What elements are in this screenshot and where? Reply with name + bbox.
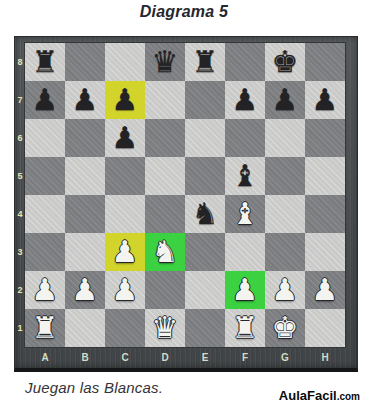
square-d3: ♞: [145, 233, 185, 271]
square-d2: [145, 271, 185, 309]
piece-white-bishop-f4: ♝: [225, 195, 265, 233]
square-e3: [185, 233, 225, 271]
square-a6: [25, 119, 65, 157]
file-label-d: D: [145, 347, 185, 368]
piece-white-pawn-b2: ♟: [65, 271, 105, 309]
square-h6: [305, 119, 345, 157]
piece-white-pawn-c2: ♟: [105, 271, 145, 309]
chess-board-frame: 87654321 ♜♛♜♚♟♟♟♟♟♟♟♝♞♝♟♞♟♟♟♟♟♟♜♛♜♚ ABCD…: [14, 36, 358, 372]
square-e7: [185, 81, 225, 119]
square-c3: ♟: [105, 233, 145, 271]
square-a3: [25, 233, 65, 271]
square-b4: [65, 195, 105, 233]
square-g7: ♟: [265, 81, 305, 119]
square-e2: [185, 271, 225, 309]
square-f1: ♜: [225, 309, 265, 347]
square-e1: [185, 309, 225, 347]
piece-white-pawn-a2: ♟: [25, 271, 65, 309]
square-b1: [65, 309, 105, 347]
file-label-e: E: [185, 347, 225, 368]
caption-side-to-move: Juegan las Blancas.: [25, 379, 163, 396]
rank-label-7: 7: [15, 81, 25, 119]
square-b3: [65, 233, 105, 271]
rank-label-3: 3: [15, 233, 25, 271]
square-d6: [145, 119, 185, 157]
rank-label-4: 4: [15, 195, 25, 233]
square-c4: [105, 195, 145, 233]
square-f5: ♝: [225, 157, 265, 195]
square-b7: ♟: [65, 81, 105, 119]
square-f6: [225, 119, 265, 157]
square-g8: ♚: [265, 43, 305, 81]
square-h3: [305, 233, 345, 271]
square-c2: ♟: [105, 271, 145, 309]
piece-black-pawn-h7: ♟: [305, 81, 345, 119]
piece-white-king-g1: ♚: [265, 309, 305, 347]
square-f8: [225, 43, 265, 81]
piece-black-pawn-g7: ♟: [265, 81, 305, 119]
piece-white-queen-d1: ♛: [145, 309, 185, 347]
square-a4: [25, 195, 65, 233]
piece-black-pawn-b7: ♟: [65, 81, 105, 119]
square-h8: [305, 43, 345, 81]
square-g3: [265, 233, 305, 271]
square-g4: [265, 195, 305, 233]
square-c5: [105, 157, 145, 195]
piece-black-bishop-f5: ♝: [225, 157, 265, 195]
file-label-a: A: [25, 347, 65, 368]
file-label-g: G: [265, 347, 305, 368]
square-h4: [305, 195, 345, 233]
square-b5: [65, 157, 105, 195]
piece-black-pawn-a7: ♟: [25, 81, 65, 119]
file-labels: ABCDEFGH: [25, 347, 345, 368]
file-label-h: H: [305, 347, 345, 368]
square-g1: ♚: [265, 309, 305, 347]
rank-label-2: 2: [15, 271, 25, 309]
piece-white-pawn-g2: ♟: [265, 271, 305, 309]
square-c6: ♟: [105, 119, 145, 157]
square-e5: [185, 157, 225, 195]
piece-black-rook-a8: ♜: [25, 43, 65, 81]
square-h5: [305, 157, 345, 195]
piece-black-knight-e4: ♞: [185, 195, 225, 233]
board-grid: ♜♛♜♚♟♟♟♟♟♟♟♝♞♝♟♞♟♟♟♟♟♟♜♛♜♚: [25, 43, 345, 347]
square-b6: [65, 119, 105, 157]
square-d4: [145, 195, 185, 233]
square-d7: [145, 81, 185, 119]
piece-white-rook-f1: ♜: [225, 309, 265, 347]
square-f3: [225, 233, 265, 271]
square-d8: ♛: [145, 43, 185, 81]
square-c8: [105, 43, 145, 81]
square-c7: ♟: [105, 81, 145, 119]
rank-labels: 87654321: [15, 43, 25, 347]
square-g6: [265, 119, 305, 157]
square-d1: ♛: [145, 309, 185, 347]
piece-black-queen-d8: ♛: [145, 43, 185, 81]
rank-label-6: 6: [15, 119, 25, 157]
square-f2: ♟: [225, 271, 265, 309]
square-d5: [145, 157, 185, 195]
square-b8: [65, 43, 105, 81]
square-b2: ♟: [65, 271, 105, 309]
square-h7: ♟: [305, 81, 345, 119]
file-label-f: F: [225, 347, 265, 368]
piece-black-pawn-f7: ♟: [225, 81, 265, 119]
square-a1: ♜: [25, 309, 65, 347]
piece-black-rook-e8: ♜: [185, 43, 225, 81]
piece-white-pawn-h2: ♟: [305, 271, 345, 309]
piece-black-pawn-c6: ♟: [105, 119, 145, 157]
piece-white-knight-d3: ♞: [145, 233, 185, 271]
square-a8: ♜: [25, 43, 65, 81]
piece-white-pawn-f2: ♟: [225, 271, 265, 309]
square-e4: ♞: [185, 195, 225, 233]
piece-black-pawn-c7: ♟: [105, 81, 145, 119]
site-watermark-name: AulaFacil: [279, 388, 337, 403]
piece-black-king-g8: ♚: [265, 43, 305, 81]
square-f7: ♟: [225, 81, 265, 119]
square-h1: [305, 309, 345, 347]
site-watermark: AulaFacil.com: [279, 386, 360, 404]
piece-white-pawn-c3: ♟: [105, 233, 145, 271]
square-e6: [185, 119, 225, 157]
square-a2: ♟: [25, 271, 65, 309]
square-c1: [105, 309, 145, 347]
rank-label-8: 8: [15, 43, 25, 81]
site-watermark-tld: .com: [337, 391, 360, 402]
square-a5: [25, 157, 65, 195]
square-g2: ♟: [265, 271, 305, 309]
piece-white-rook-a1: ♜: [25, 309, 65, 347]
rank-label-1: 1: [15, 309, 25, 347]
square-e8: ♜: [185, 43, 225, 81]
page-title: Diagrama 5: [0, 3, 368, 21]
rank-label-5: 5: [15, 157, 25, 195]
file-label-b: B: [65, 347, 105, 368]
square-a7: ♟: [25, 81, 65, 119]
square-g5: [265, 157, 305, 195]
file-label-c: C: [105, 347, 145, 368]
square-f4: ♝: [225, 195, 265, 233]
square-h2: ♟: [305, 271, 345, 309]
